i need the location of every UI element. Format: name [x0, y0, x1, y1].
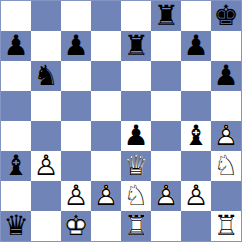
square-d3[interactable]	[91, 151, 121, 181]
square-g8[interactable]	[181, 1, 211, 31]
piece-outline: ♙	[93, 182, 118, 210]
piece-outline: ♙	[33, 152, 58, 180]
piece-outline: ♙	[183, 182, 208, 210]
square-d5[interactable]	[91, 91, 121, 121]
square-g3[interactable]	[181, 151, 211, 181]
square-h6[interactable]: ♟	[211, 61, 241, 91]
square-a1[interactable]: ♛	[1, 211, 31, 241]
white-pawn[interactable]: ♟♙	[33, 152, 58, 180]
square-f3[interactable]	[151, 151, 181, 181]
black-rook[interactable]: ♜	[123, 32, 148, 60]
black-king[interactable]: ♚	[213, 2, 238, 30]
square-e6[interactable]	[121, 61, 151, 91]
square-g5[interactable]	[181, 91, 211, 121]
square-f2[interactable]: ♟♙	[151, 181, 181, 211]
square-d2[interactable]: ♟♙	[91, 181, 121, 211]
square-c1[interactable]: ♚♔	[61, 211, 91, 241]
chess-board: ♜♚♟♟♜♟♞♟♟♝♟♙♝♟♙♛♕♞♘♟♙♟♙♞♘♟♙♟♙♛♚♔♜♖♜♖	[0, 0, 242, 242]
square-g2[interactable]: ♟♙	[181, 181, 211, 211]
square-e1[interactable]: ♜♖	[121, 211, 151, 241]
white-pawn[interactable]: ♟♙	[213, 122, 238, 150]
piece-fill: ♝	[183, 122, 208, 150]
piece-fill: ♟	[63, 32, 88, 60]
black-pawn[interactable]: ♟	[123, 122, 148, 150]
square-a8[interactable]	[1, 1, 31, 31]
black-queen[interactable]: ♛	[3, 212, 28, 240]
square-b3[interactable]: ♟♙	[31, 151, 61, 181]
piece-outline: ♖	[123, 212, 148, 240]
piece-outline: ♙	[213, 122, 238, 150]
square-a3[interactable]: ♝	[1, 151, 31, 181]
piece-fill: ♜	[153, 2, 178, 30]
piece-outline: ♖	[213, 212, 238, 240]
square-e8[interactable]	[121, 1, 151, 31]
square-e7[interactable]: ♜	[121, 31, 151, 61]
white-queen[interactable]: ♛♕	[123, 152, 148, 180]
piece-outline: ♘	[213, 152, 238, 180]
square-b6[interactable]: ♞	[31, 61, 61, 91]
square-d6[interactable]	[91, 61, 121, 91]
square-g1[interactable]	[181, 211, 211, 241]
white-pawn[interactable]: ♟♙	[93, 182, 118, 210]
square-c4[interactable]	[61, 121, 91, 151]
piece-outline: ♘	[123, 182, 148, 210]
black-bishop[interactable]: ♝	[183, 122, 208, 150]
square-a7[interactable]: ♟	[1, 31, 31, 61]
white-rook[interactable]: ♜♖	[123, 212, 148, 240]
white-knight[interactable]: ♞♘	[123, 182, 148, 210]
square-h4[interactable]: ♟♙	[211, 121, 241, 151]
square-f6[interactable]	[151, 61, 181, 91]
piece-fill: ♟	[123, 122, 148, 150]
square-f1[interactable]	[151, 211, 181, 241]
square-d4[interactable]	[91, 121, 121, 151]
piece-fill: ♚	[213, 2, 238, 30]
square-d7[interactable]	[91, 31, 121, 61]
square-f8[interactable]: ♜	[151, 1, 181, 31]
white-pawn[interactable]: ♟♙	[153, 182, 178, 210]
square-e3[interactable]: ♛♕	[121, 151, 151, 181]
square-f5[interactable]	[151, 91, 181, 121]
square-d8[interactable]	[91, 1, 121, 31]
square-e4[interactable]: ♟	[121, 121, 151, 151]
piece-outline: ♙	[153, 182, 178, 210]
black-pawn[interactable]: ♟	[63, 32, 88, 60]
piece-fill: ♟	[3, 32, 28, 60]
square-c6[interactable]	[61, 61, 91, 91]
square-g7[interactable]: ♟	[181, 31, 211, 61]
square-b7[interactable]	[31, 31, 61, 61]
white-pawn[interactable]: ♟♙	[183, 182, 208, 210]
square-g6[interactable]	[181, 61, 211, 91]
black-pawn[interactable]: ♟	[213, 62, 238, 90]
square-g4[interactable]: ♝	[181, 121, 211, 151]
square-a4[interactable]	[1, 121, 31, 151]
black-pawn[interactable]: ♟	[3, 32, 28, 60]
white-pawn[interactable]: ♟♙	[63, 182, 88, 210]
black-pawn[interactable]: ♟	[183, 32, 208, 60]
piece-outline: ♙	[63, 182, 88, 210]
piece-fill: ♜	[123, 32, 148, 60]
square-e2[interactable]: ♞♘	[121, 181, 151, 211]
square-f4[interactable]	[151, 121, 181, 151]
piece-fill: ♞	[33, 62, 58, 90]
square-c5[interactable]	[61, 91, 91, 121]
square-h7[interactable]	[211, 31, 241, 61]
piece-outline: ♔	[63, 212, 88, 240]
square-b1[interactable]	[31, 211, 61, 241]
piece-fill: ♟	[183, 32, 208, 60]
piece-fill: ♛	[3, 212, 28, 240]
square-c8[interactable]	[61, 1, 91, 31]
square-a2[interactable]	[1, 181, 31, 211]
square-a5[interactable]	[1, 91, 31, 121]
white-king[interactable]: ♚♔	[63, 212, 88, 240]
piece-fill: ♟	[213, 62, 238, 90]
square-c7[interactable]: ♟	[61, 31, 91, 61]
piece-fill: ♝	[3, 152, 28, 180]
square-h2[interactable]	[211, 181, 241, 211]
square-b8[interactable]	[31, 1, 61, 31]
white-rook[interactable]: ♜♖	[213, 212, 238, 240]
square-e5[interactable]	[121, 91, 151, 121]
square-b4[interactable]	[31, 121, 61, 151]
square-f7[interactable]	[151, 31, 181, 61]
black-rook[interactable]: ♜	[153, 2, 178, 30]
square-h8[interactable]: ♚	[211, 1, 241, 31]
square-b2[interactable]	[31, 181, 61, 211]
square-b5[interactable]	[31, 91, 61, 121]
black-knight[interactable]: ♞	[33, 62, 58, 90]
square-h1[interactable]: ♜♖	[211, 211, 241, 241]
white-knight[interactable]: ♞♘	[213, 152, 238, 180]
black-bishop[interactable]: ♝	[3, 152, 28, 180]
square-h3[interactable]: ♞♘	[211, 151, 241, 181]
square-a6[interactable]	[1, 61, 31, 91]
square-c2[interactable]: ♟♙	[61, 181, 91, 211]
square-h5[interactable]	[211, 91, 241, 121]
piece-outline: ♕	[123, 152, 148, 180]
square-d1[interactable]	[91, 211, 121, 241]
square-c3[interactable]	[61, 151, 91, 181]
